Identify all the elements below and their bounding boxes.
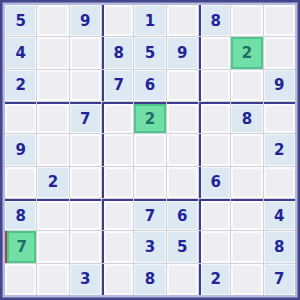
cell-value: 6 xyxy=(177,207,187,225)
cell-r6c2[interactable]: 2 xyxy=(37,167,68,198)
cell-r2c8[interactable]: 2 xyxy=(231,37,262,68)
cell-r9c4[interactable] xyxy=(102,264,133,295)
cell-r8c1[interactable]: 7 xyxy=(5,231,36,262)
cell-r2c1[interactable]: 4 xyxy=(5,37,36,68)
cell-r8c4[interactable] xyxy=(102,231,133,262)
cell-r1c7[interactable]: 8 xyxy=(199,5,230,36)
cell-r4c7[interactable] xyxy=(199,102,230,133)
cell-value: 7 xyxy=(113,76,123,94)
cell-r8c6[interactable]: 5 xyxy=(167,231,198,262)
cell-value: 8 xyxy=(145,270,155,288)
cell-r5c7[interactable] xyxy=(199,134,230,165)
cell-r3c1[interactable]: 2 xyxy=(5,70,36,101)
cell-value: 2 xyxy=(210,270,220,288)
cell-r3c5[interactable]: 6 xyxy=(134,70,165,101)
cell-value: 2 xyxy=(274,141,284,159)
cell-value: 6 xyxy=(145,76,155,94)
cell-value: 9 xyxy=(177,44,187,62)
cell-value: 8 xyxy=(210,12,220,30)
cell-r6c4[interactable] xyxy=(102,167,133,198)
cell-value: 9 xyxy=(15,141,25,159)
cell-r7c1[interactable]: 8 xyxy=(5,199,36,230)
cell-r5c3[interactable] xyxy=(70,134,101,165)
cell-value: 3 xyxy=(145,238,155,256)
cell-value: 4 xyxy=(15,44,25,62)
cell-r2c2[interactable] xyxy=(37,37,68,68)
cell-r2c7[interactable] xyxy=(199,37,230,68)
cell-value: 2 xyxy=(15,76,25,94)
cell-r5c9[interactable]: 2 xyxy=(264,134,295,165)
cell-r1c5[interactable]: 1 xyxy=(134,5,165,36)
cell-r1c1[interactable]: 5 xyxy=(5,5,36,36)
cell-r3c6[interactable] xyxy=(167,70,198,101)
cell-r1c9[interactable] xyxy=(264,5,295,36)
cell-value: 5 xyxy=(145,44,155,62)
cell-value: 3 xyxy=(80,270,90,288)
cell-r4c8[interactable]: 8 xyxy=(231,102,262,133)
cell-r5c4[interactable] xyxy=(102,134,133,165)
cell-value: 8 xyxy=(113,44,123,62)
cell-r4c5[interactable]: 2 xyxy=(134,102,165,133)
cell-value: 9 xyxy=(274,76,284,94)
cell-r7c8[interactable] xyxy=(231,199,262,230)
cell-r5c8[interactable] xyxy=(231,134,262,165)
board-frame-inner: 59184859227697289226876473583827 xyxy=(3,3,297,297)
cell-value: 4 xyxy=(274,207,284,225)
cell-value: 5 xyxy=(15,12,25,30)
cell-r1c6[interactable] xyxy=(167,5,198,36)
cell-r1c3[interactable]: 9 xyxy=(70,5,101,36)
cell-r3c3[interactable] xyxy=(70,70,101,101)
cell-r2c3[interactable] xyxy=(70,37,101,68)
cell-r8c2[interactable] xyxy=(37,231,68,262)
cell-r3c2[interactable] xyxy=(37,70,68,101)
cell-value: 6 xyxy=(210,173,220,191)
cell-r7c6[interactable]: 6 xyxy=(167,199,198,230)
cell-r4c9[interactable] xyxy=(264,102,295,133)
board-frame: 59184859227697289226876473583827 xyxy=(0,0,300,300)
cell-r6c3[interactable] xyxy=(70,167,101,198)
cell-r8c9[interactable]: 8 xyxy=(264,231,295,262)
cell-r4c6[interactable] xyxy=(167,102,198,133)
cell-r6c6[interactable] xyxy=(167,167,198,198)
cell-r9c7[interactable]: 2 xyxy=(199,264,230,295)
cell-value: 8 xyxy=(274,238,284,256)
cell-r9c2[interactable] xyxy=(37,264,68,295)
cell-value: 2 xyxy=(242,44,252,62)
cell-r1c4[interactable] xyxy=(102,5,133,36)
cell-r4c2[interactable] xyxy=(37,102,68,133)
cell-value: 5 xyxy=(177,238,187,256)
cell-value: 9 xyxy=(80,12,90,30)
cell-r1c8[interactable] xyxy=(231,5,262,36)
cell-r7c5[interactable]: 7 xyxy=(134,199,165,230)
cell-r6c8[interactable] xyxy=(231,167,262,198)
cell-r7c9[interactable]: 4 xyxy=(264,199,295,230)
cell-r5c2[interactable] xyxy=(37,134,68,165)
cell-value: 8 xyxy=(15,207,25,225)
cell-r6c7[interactable]: 6 xyxy=(199,167,230,198)
cell-r9c1[interactable] xyxy=(5,264,36,295)
cell-r9c6[interactable] xyxy=(167,264,198,295)
cell-value: 7 xyxy=(274,270,284,288)
cell-r9c8[interactable] xyxy=(231,264,262,295)
cell-r2c4[interactable]: 8 xyxy=(102,37,133,68)
cell-r8c8[interactable] xyxy=(231,231,262,262)
cell-value: 8 xyxy=(242,110,252,128)
sudoku-board: 59184859227697289226876473583827 xyxy=(5,5,295,295)
cell-value: 1 xyxy=(145,12,155,30)
cell-r4c4[interactable] xyxy=(102,102,133,133)
cell-r2c9[interactable] xyxy=(264,37,295,68)
cell-value: 7 xyxy=(145,207,155,225)
cell-value: 2 xyxy=(145,110,155,128)
cell-r4c1[interactable] xyxy=(5,102,36,133)
cell-r9c3[interactable]: 3 xyxy=(70,264,101,295)
cell-r8c3[interactable] xyxy=(70,231,101,262)
cell-r5c1[interactable]: 9 xyxy=(5,134,36,165)
cell-r3c7[interactable] xyxy=(199,70,230,101)
cell-value: 2 xyxy=(48,173,58,191)
cell-r3c8[interactable] xyxy=(231,70,262,101)
cell-r6c1[interactable] xyxy=(5,167,36,198)
cell-r8c7[interactable] xyxy=(199,231,230,262)
cell-r9c9[interactable]: 7 xyxy=(264,264,295,295)
cell-value: 7 xyxy=(16,238,26,256)
cell-r8c5[interactable]: 3 xyxy=(134,231,165,262)
cell-r2c6[interactable]: 9 xyxy=(167,37,198,68)
cell-value: 7 xyxy=(80,110,90,128)
cell-r6c5[interactable] xyxy=(134,167,165,198)
cell-r2c5[interactable]: 5 xyxy=(134,37,165,68)
cell-r5c5[interactable] xyxy=(134,134,165,165)
cell-r7c2[interactable] xyxy=(37,199,68,230)
cell-r7c7[interactable] xyxy=(199,199,230,230)
cell-r7c3[interactable] xyxy=(70,199,101,230)
cell-r3c4[interactable]: 7 xyxy=(102,70,133,101)
cell-r3c9[interactable]: 9 xyxy=(264,70,295,101)
cell-r6c9[interactable] xyxy=(264,167,295,198)
cell-r4c3[interactable]: 7 xyxy=(70,102,101,133)
cell-r9c5[interactable]: 8 xyxy=(134,264,165,295)
cell-r7c4[interactable] xyxy=(102,199,133,230)
cell-r5c6[interactable] xyxy=(167,134,198,165)
cell-r1c2[interactable] xyxy=(37,5,68,36)
